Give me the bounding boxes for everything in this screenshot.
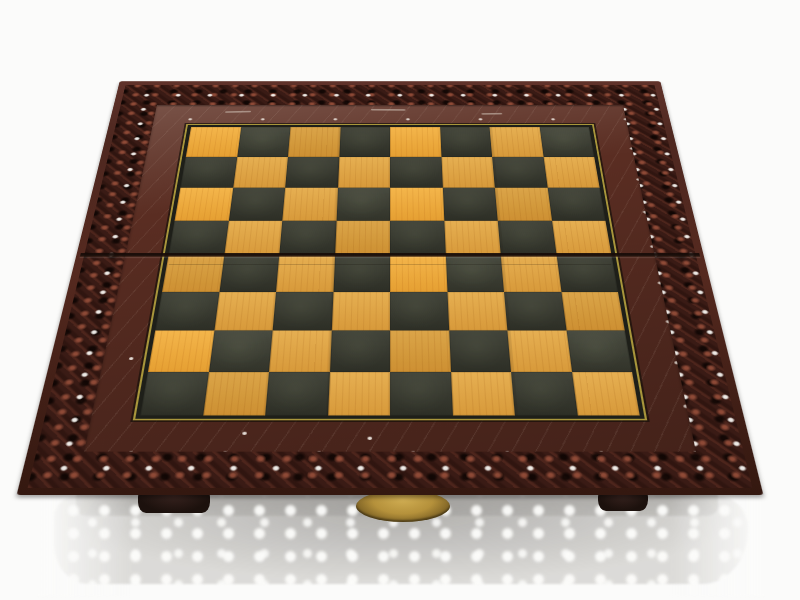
- square-f1: [451, 372, 515, 416]
- square-d3: [331, 292, 390, 331]
- square-e2: [390, 330, 451, 371]
- square-a1: [140, 372, 208, 416]
- square-h4: [556, 255, 618, 292]
- folding-chessboard: [17, 81, 764, 495]
- square-g1: [511, 372, 577, 416]
- paint-speck: [368, 437, 373, 440]
- photo-scene: [0, 0, 800, 600]
- square-c7: [285, 157, 339, 188]
- square-e6: [390, 188, 444, 221]
- square-c4: [276, 255, 335, 292]
- square-a8: [186, 127, 241, 156]
- square-h3: [561, 292, 625, 331]
- square-a5: [169, 220, 229, 255]
- square-c1: [265, 372, 329, 416]
- square-e7: [390, 157, 442, 188]
- shadow-fade-left: [36, 480, 132, 596]
- square-b7: [233, 157, 288, 188]
- square-f7: [441, 157, 495, 188]
- square-d5: [335, 220, 390, 255]
- square-f8: [440, 127, 492, 156]
- square-c8: [288, 127, 340, 156]
- square-g8: [489, 127, 543, 156]
- square-d6: [336, 188, 390, 221]
- square-g2: [507, 330, 571, 371]
- square-h6: [547, 188, 605, 221]
- square-e8: [390, 127, 441, 156]
- square-a7: [180, 157, 237, 188]
- square-h1: [572, 372, 640, 416]
- square-g3: [504, 292, 566, 331]
- square-f6: [442, 188, 497, 221]
- square-b1: [203, 372, 269, 416]
- square-a2: [148, 330, 214, 371]
- hinge-gap-line: [169, 264, 612, 265]
- square-f2: [449, 330, 511, 371]
- square-b4: [219, 255, 279, 292]
- square-d7: [338, 157, 390, 188]
- square-e1: [390, 372, 452, 416]
- square-f5: [444, 220, 501, 255]
- square-b6: [228, 188, 285, 221]
- shadow-fade-right: [670, 480, 766, 596]
- square-c5: [279, 220, 336, 255]
- square-a4: [162, 255, 224, 292]
- square-d8: [339, 127, 390, 156]
- scuff-mark: [371, 109, 406, 111]
- square-b2: [208, 330, 272, 371]
- square-e4: [390, 255, 447, 292]
- square-g5: [498, 220, 556, 255]
- square-d2: [329, 330, 390, 371]
- square-g4: [501, 255, 561, 292]
- square-b5: [224, 220, 282, 255]
- square-c6: [282, 188, 337, 221]
- scuff-mark: [481, 113, 502, 115]
- square-h7: [543, 157, 600, 188]
- square-b3: [214, 292, 276, 331]
- square-g6: [495, 188, 552, 221]
- square-h2: [566, 330, 632, 371]
- square-e3: [390, 292, 449, 331]
- square-f4: [445, 255, 504, 292]
- square-h8: [539, 127, 594, 156]
- square-h5: [552, 220, 612, 255]
- chess-board: [140, 127, 639, 415]
- square-a3: [155, 292, 219, 331]
- square-f3: [447, 292, 507, 331]
- square-a6: [175, 188, 233, 221]
- square-d4: [333, 255, 390, 292]
- hinge-seam: [80, 253, 700, 257]
- square-e5: [390, 220, 445, 255]
- square-c3: [273, 292, 333, 331]
- square-c2: [269, 330, 331, 371]
- square-b8: [237, 127, 291, 156]
- square-d1: [328, 372, 390, 416]
- square-g7: [492, 157, 547, 188]
